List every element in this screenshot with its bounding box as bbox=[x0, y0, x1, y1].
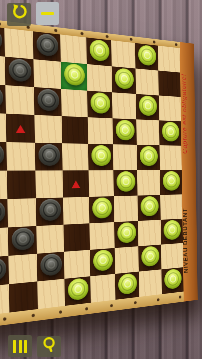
board-square[interactable] bbox=[114, 221, 138, 248]
board-square[interactable] bbox=[34, 87, 62, 116]
board-square[interactable] bbox=[61, 62, 87, 91]
board-square[interactable] bbox=[33, 31, 61, 61]
board-square[interactable] bbox=[60, 34, 87, 64]
undo-button[interactable] bbox=[7, 3, 31, 26]
board-square[interactable] bbox=[87, 64, 112, 92]
green-piece[interactable] bbox=[118, 272, 137, 294]
board-square[interactable] bbox=[63, 170, 89, 197]
moves-button[interactable] bbox=[8, 335, 32, 357]
green-piece[interactable] bbox=[67, 277, 88, 300]
board-square[interactable] bbox=[89, 196, 114, 223]
board-square[interactable] bbox=[33, 59, 61, 89]
board-square[interactable] bbox=[35, 143, 63, 171]
board-frame: Capture est obligatoire! NIVEAU DEBUTANT bbox=[0, 9, 198, 337]
board-square[interactable] bbox=[35, 170, 63, 198]
board-square[interactable] bbox=[34, 115, 62, 143]
dark-piece[interactable] bbox=[0, 84, 3, 108]
dark-piece[interactable] bbox=[37, 88, 59, 111]
green-piece[interactable] bbox=[115, 119, 134, 140]
board-square[interactable] bbox=[4, 28, 33, 59]
board-square[interactable] bbox=[138, 245, 161, 272]
green-piece[interactable] bbox=[141, 245, 159, 266]
board-square[interactable] bbox=[88, 117, 113, 144]
board-square[interactable] bbox=[89, 222, 114, 250]
checkers-board-3d: Capture est obligatoire! NIVEAU DEBUTANT bbox=[0, 9, 198, 337]
board-square[interactable] bbox=[5, 57, 34, 87]
board-square[interactable] bbox=[6, 114, 35, 143]
level-label: NIVEAU DEBUTANT bbox=[182, 190, 198, 292]
board-square[interactable] bbox=[37, 252, 65, 282]
board-square[interactable] bbox=[161, 219, 183, 245]
board-square[interactable] bbox=[36, 198, 64, 226]
board-square[interactable] bbox=[161, 267, 183, 294]
board-square[interactable] bbox=[90, 248, 115, 276]
board-square[interactable] bbox=[113, 170, 137, 196]
board-square[interactable] bbox=[139, 269, 162, 297]
board-square[interactable] bbox=[113, 118, 137, 144]
board-square[interactable] bbox=[160, 170, 182, 195]
board-square[interactable] bbox=[136, 119, 159, 145]
board-square[interactable] bbox=[112, 92, 136, 119]
board-square[interactable] bbox=[135, 68, 158, 95]
capture-marker-icon[interactable] bbox=[16, 124, 26, 133]
board-square[interactable] bbox=[161, 243, 183, 269]
minimize-button[interactable] bbox=[36, 2, 59, 25]
board-square[interactable] bbox=[9, 281, 38, 312]
board-square[interactable] bbox=[135, 43, 158, 71]
board-square[interactable] bbox=[111, 40, 135, 68]
board-square[interactable] bbox=[61, 89, 87, 117]
board-square[interactable] bbox=[87, 91, 112, 119]
dark-piece[interactable] bbox=[38, 143, 60, 165]
board-square[interactable] bbox=[158, 46, 180, 73]
board-square[interactable] bbox=[115, 272, 139, 300]
board-square[interactable] bbox=[90, 274, 115, 303]
minus-icon bbox=[41, 12, 54, 16]
green-piece[interactable] bbox=[114, 67, 133, 89]
zoom-button[interactable] bbox=[37, 336, 61, 357]
green-piece[interactable] bbox=[164, 268, 182, 289]
green-piece[interactable] bbox=[161, 121, 179, 141]
dark-piece[interactable] bbox=[11, 227, 34, 251]
dark-piece[interactable] bbox=[0, 26, 2, 51]
board-square[interactable] bbox=[64, 276, 90, 306]
dark-piece[interactable] bbox=[36, 32, 58, 56]
green-piece[interactable] bbox=[92, 197, 112, 218]
board-square[interactable] bbox=[138, 195, 161, 221]
capture-mandatory-message: Capture est obligatoire! bbox=[180, 48, 196, 178]
dark-piece[interactable] bbox=[0, 142, 4, 165]
board-square[interactable] bbox=[36, 225, 64, 254]
vertical-bars-icon bbox=[13, 340, 27, 353]
dark-piece[interactable] bbox=[8, 57, 31, 81]
board-square[interactable] bbox=[112, 66, 136, 94]
green-piece[interactable] bbox=[90, 91, 110, 113]
green-piece[interactable] bbox=[91, 144, 111, 165]
board-square[interactable] bbox=[114, 196, 138, 223]
undo-arrow-icon bbox=[11, 4, 28, 25]
board-square[interactable] bbox=[63, 197, 89, 225]
board-square[interactable] bbox=[159, 95, 181, 121]
board-square[interactable] bbox=[136, 94, 159, 120]
board-square[interactable] bbox=[8, 226, 37, 256]
board-square[interactable] bbox=[62, 116, 88, 144]
board-square[interactable] bbox=[86, 37, 111, 66]
board-square[interactable] bbox=[137, 170, 160, 195]
dark-piece[interactable] bbox=[40, 253, 62, 276]
board-square[interactable] bbox=[8, 254, 37, 284]
board-square[interactable] bbox=[159, 145, 181, 170]
dark-piece[interactable] bbox=[0, 257, 6, 282]
green-piece[interactable] bbox=[92, 249, 112, 271]
board-square[interactable] bbox=[160, 194, 182, 219]
green-piece[interactable] bbox=[117, 222, 136, 243]
board-square[interactable] bbox=[62, 143, 88, 170]
board-grid bbox=[0, 17, 184, 324]
capture-marker-icon[interactable] bbox=[72, 180, 81, 188]
board-square[interactable] bbox=[7, 198, 36, 227]
green-piece[interactable] bbox=[162, 171, 180, 191]
board-square[interactable] bbox=[113, 144, 137, 170]
board-square[interactable] bbox=[88, 144, 113, 171]
dark-piece[interactable] bbox=[0, 200, 5, 224]
green-piece[interactable] bbox=[139, 145, 157, 165]
board-square[interactable] bbox=[5, 85, 34, 115]
green-piece[interactable] bbox=[140, 196, 158, 217]
green-piece[interactable] bbox=[116, 171, 135, 192]
selected-green-piece[interactable] bbox=[63, 63, 84, 86]
dark-piece[interactable] bbox=[39, 198, 61, 220]
board-square[interactable] bbox=[63, 223, 89, 251]
board-square[interactable] bbox=[137, 145, 160, 170]
board-square[interactable] bbox=[6, 142, 35, 170]
board-square[interactable] bbox=[64, 250, 90, 279]
board-square[interactable] bbox=[115, 246, 139, 274]
board-square[interactable] bbox=[138, 220, 161, 246]
green-piece[interactable] bbox=[89, 38, 109, 61]
board-square[interactable] bbox=[158, 71, 180, 97]
board-square[interactable] bbox=[159, 120, 181, 145]
green-piece[interactable] bbox=[138, 44, 156, 66]
board-square[interactable] bbox=[7, 171, 36, 200]
magnifier-q-icon bbox=[41, 336, 58, 357]
board-square[interactable] bbox=[37, 279, 65, 309]
board-square[interactable] bbox=[89, 170, 114, 197]
green-piece[interactable] bbox=[163, 219, 181, 239]
green-piece[interactable] bbox=[138, 95, 156, 116]
